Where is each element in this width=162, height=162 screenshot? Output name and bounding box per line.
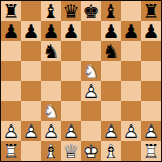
white-knight[interactable]: ♞♘ — [81, 61, 101, 81]
square-c3[interactable]: ♞♘ — [41, 101, 61, 121]
square-c4[interactable] — [41, 81, 61, 101]
square-d6[interactable] — [61, 41, 81, 61]
square-h6[interactable] — [141, 41, 161, 61]
square-h7[interactable]: ♟ — [141, 21, 161, 41]
square-f3[interactable] — [101, 101, 121, 121]
square-c8[interactable]: ♝ — [41, 1, 61, 21]
chess-board: ♜♝♛♚♝♜♟♟♟♟♟♟♟♞♞♞♘♟♙♞♘♟♙♟♙♟♙♟♙♟♙♟♙♟♙♜♖♝♗♛… — [0, 0, 162, 162]
square-e2[interactable] — [81, 121, 101, 141]
black-pawn-glyph: ♟ — [21, 21, 41, 41]
square-b1[interactable] — [21, 141, 41, 161]
white-pawn[interactable]: ♟♙ — [41, 121, 61, 141]
black-knight[interactable]: ♞ — [101, 41, 121, 61]
square-c7[interactable]: ♟ — [41, 21, 61, 41]
square-e5[interactable]: ♞♘ — [81, 61, 101, 81]
black-pawn[interactable]: ♟ — [61, 21, 81, 41]
square-f4[interactable] — [101, 81, 121, 101]
square-a6[interactable] — [1, 41, 21, 61]
black-queen[interactable]: ♛ — [61, 1, 81, 21]
square-g5[interactable] — [121, 61, 141, 81]
black-pawn-glyph: ♟ — [1, 21, 21, 41]
square-c6[interactable]: ♞ — [41, 41, 61, 61]
square-h8[interactable]: ♜ — [141, 1, 161, 21]
white-pawn[interactable]: ♟♙ — [21, 121, 41, 141]
square-g4[interactable] — [121, 81, 141, 101]
square-c1[interactable]: ♝♗ — [41, 141, 61, 161]
white-pawn-outline: ♙ — [141, 121, 161, 141]
white-pawn-outline: ♙ — [1, 121, 21, 141]
square-a4[interactable] — [1, 81, 21, 101]
white-knight-outline: ♘ — [81, 61, 101, 81]
square-b3[interactable] — [21, 101, 41, 121]
square-g6[interactable] — [121, 41, 141, 61]
white-pawn[interactable]: ♟♙ — [61, 121, 81, 141]
square-d3[interactable] — [61, 101, 81, 121]
black-knight[interactable]: ♞ — [41, 41, 61, 61]
square-h5[interactable] — [141, 61, 161, 81]
white-rook-outline: ♖ — [1, 141, 21, 161]
black-pawn[interactable]: ♟ — [101, 21, 121, 41]
square-b6[interactable] — [21, 41, 41, 61]
white-knight[interactable]: ♞♘ — [41, 101, 61, 121]
black-pawn-glyph: ♟ — [101, 21, 121, 41]
square-b2[interactable]: ♟♙ — [21, 121, 41, 141]
square-g2[interactable]: ♟♙ — [121, 121, 141, 141]
square-d1[interactable]: ♛♕ — [61, 141, 81, 161]
black-bishop-glyph: ♝ — [41, 1, 61, 21]
square-e1[interactable]: ♚♔ — [81, 141, 101, 161]
square-h3[interactable] — [141, 101, 161, 121]
white-pawn-outline: ♙ — [61, 121, 81, 141]
square-h2[interactable]: ♟♙ — [141, 121, 161, 141]
black-rook-glyph: ♜ — [1, 1, 21, 21]
square-e8[interactable]: ♚ — [81, 1, 101, 21]
square-e3[interactable] — [81, 101, 101, 121]
square-d7[interactable]: ♟ — [61, 21, 81, 41]
square-f8[interactable]: ♝ — [101, 1, 121, 21]
square-f1[interactable]: ♝♗ — [101, 141, 121, 161]
black-king-glyph: ♚ — [81, 1, 101, 21]
square-f2[interactable]: ♟♙ — [101, 121, 121, 141]
square-a5[interactable] — [1, 61, 21, 81]
square-d5[interactable] — [61, 61, 81, 81]
square-b5[interactable] — [21, 61, 41, 81]
black-rook[interactable]: ♜ — [141, 1, 161, 21]
black-pawn[interactable]: ♟ — [21, 21, 41, 41]
square-e7[interactable] — [81, 21, 101, 41]
white-pawn[interactable]: ♟♙ — [1, 121, 21, 141]
square-f7[interactable]: ♟ — [101, 21, 121, 41]
white-pawn-outline: ♙ — [101, 121, 121, 141]
black-knight-glyph: ♞ — [101, 41, 121, 61]
white-queen-outline: ♕ — [61, 141, 81, 161]
white-pawn[interactable]: ♟♙ — [101, 121, 121, 141]
white-bishop[interactable]: ♝♗ — [41, 141, 61, 161]
square-d8[interactable]: ♛ — [61, 1, 81, 21]
black-rook[interactable]: ♜ — [1, 1, 21, 21]
square-a3[interactable] — [1, 101, 21, 121]
black-pawn[interactable]: ♟ — [141, 21, 161, 41]
square-g7[interactable]: ♟ — [121, 21, 141, 41]
square-e6[interactable] — [81, 41, 101, 61]
white-queen[interactable]: ♛♕ — [61, 141, 81, 161]
white-knight-outline: ♘ — [41, 101, 61, 121]
square-f5[interactable] — [101, 61, 121, 81]
black-pawn[interactable]: ♟ — [1, 21, 21, 41]
black-king[interactable]: ♚ — [81, 1, 101, 21]
white-pawn[interactable]: ♟♙ — [141, 121, 161, 141]
white-king[interactable]: ♚♔ — [81, 141, 101, 161]
square-e4[interactable]: ♟♙ — [81, 81, 101, 101]
square-g3[interactable] — [121, 101, 141, 121]
white-rook[interactable]: ♜♖ — [1, 141, 21, 161]
white-pawn-outline: ♙ — [81, 81, 101, 101]
white-pawn[interactable]: ♟♙ — [121, 121, 141, 141]
black-pawn-glyph: ♟ — [121, 21, 141, 41]
square-a7[interactable]: ♟ — [1, 21, 21, 41]
white-bishop[interactable]: ♝♗ — [101, 141, 121, 161]
square-d2[interactable]: ♟♙ — [61, 121, 81, 141]
black-pawn[interactable]: ♟ — [41, 21, 61, 41]
black-pawn-glyph: ♟ — [41, 21, 61, 41]
square-g1[interactable] — [121, 141, 141, 161]
square-a1[interactable]: ♜♖ — [1, 141, 21, 161]
square-b4[interactable] — [21, 81, 41, 101]
square-a8[interactable]: ♜ — [1, 1, 21, 21]
white-pawn-outline: ♙ — [41, 121, 61, 141]
black-bishop-glyph: ♝ — [101, 1, 121, 21]
white-pawn-outline: ♙ — [121, 121, 141, 141]
square-f6[interactable]: ♞ — [101, 41, 121, 61]
black-rook-glyph: ♜ — [141, 1, 161, 21]
white-bishop-outline: ♗ — [101, 141, 121, 161]
square-b7[interactable]: ♟ — [21, 21, 41, 41]
black-pawn-glyph: ♟ — [61, 21, 81, 41]
white-king-outline: ♔ — [81, 141, 101, 161]
square-d4[interactable] — [61, 81, 81, 101]
square-g8[interactable] — [121, 1, 141, 21]
black-pawn[interactable]: ♟ — [121, 21, 141, 41]
square-a2[interactable]: ♟♙ — [1, 121, 21, 141]
square-c2[interactable]: ♟♙ — [41, 121, 61, 141]
white-rook-outline: ♖ — [141, 141, 161, 161]
square-h1[interactable]: ♜♖ — [141, 141, 161, 161]
square-h4[interactable] — [141, 81, 161, 101]
black-queen-glyph: ♛ — [61, 1, 81, 21]
white-rook[interactable]: ♜♖ — [141, 141, 161, 161]
black-bishop[interactable]: ♝ — [41, 1, 61, 21]
black-bishop[interactable]: ♝ — [101, 1, 121, 21]
white-pawn[interactable]: ♟♙ — [81, 81, 101, 101]
black-knight-glyph: ♞ — [41, 41, 61, 61]
white-bishop-outline: ♗ — [41, 141, 61, 161]
white-pawn-outline: ♙ — [21, 121, 41, 141]
square-c5[interactable] — [41, 61, 61, 81]
black-pawn-glyph: ♟ — [141, 21, 161, 41]
square-b8[interactable] — [21, 1, 41, 21]
